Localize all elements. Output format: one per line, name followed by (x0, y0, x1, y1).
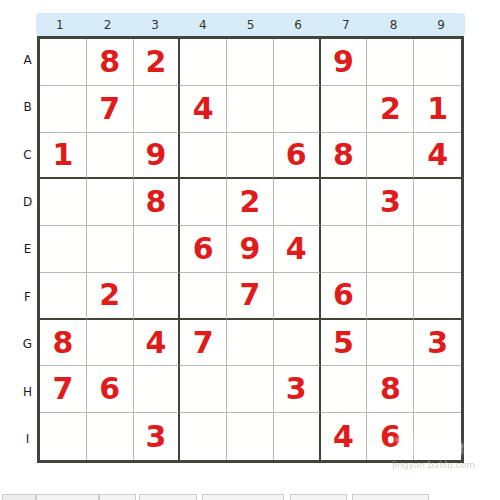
cell-C5[interactable] (227, 133, 274, 180)
cell-I3[interactable]: 3 (134, 413, 181, 460)
cell-I7[interactable]: 4 (321, 413, 368, 460)
cell-H1[interactable]: 7 (40, 366, 87, 413)
cell-D6[interactable] (274, 179, 321, 226)
column-header-9: 9 (417, 18, 465, 32)
column-header-strip: 123456789 (36, 13, 465, 36)
column-header-3: 3 (131, 18, 179, 32)
cell-G2[interactable] (87, 320, 134, 367)
cell-C9[interactable]: 4 (414, 133, 461, 180)
row-header-E: E (24, 242, 32, 256)
cell-I6[interactable] (274, 413, 321, 460)
cell-H9[interactable] (414, 366, 461, 413)
cell-H5[interactable] (227, 366, 274, 413)
cell-B3[interactable] (134, 86, 181, 133)
cell-G3[interactable]: 4 (134, 320, 181, 367)
cell-B4[interactable]: 4 (180, 86, 227, 133)
cutoff-button[interactable] (36, 494, 99, 500)
cell-A5[interactable] (227, 39, 274, 86)
cell-D5[interactable]: 2 (227, 179, 274, 226)
cell-F8[interactable] (367, 273, 414, 320)
sudoku-board: 829742119684823694276847537638346 (37, 36, 464, 463)
cell-H4[interactable] (180, 366, 227, 413)
cell-E7[interactable] (321, 226, 368, 273)
cutoff-button[interactable] (290, 494, 347, 500)
cell-A7[interactable]: 9 (321, 39, 368, 86)
cell-A4[interactable] (180, 39, 227, 86)
cell-D3[interactable]: 8 (134, 179, 181, 226)
cell-D7[interactable] (321, 179, 368, 226)
cutoff-button[interactable] (2, 494, 36, 500)
cell-H6[interactable]: 3 (274, 366, 321, 413)
cell-A8[interactable] (367, 39, 414, 86)
cell-H8[interactable]: 8 (367, 366, 414, 413)
cell-F9[interactable] (414, 273, 461, 320)
cell-F2[interactable]: 2 (87, 273, 134, 320)
row-header-I: I (26, 432, 30, 446)
cell-A6[interactable] (274, 39, 321, 86)
column-header-8: 8 (370, 18, 418, 32)
cell-E5[interactable]: 9 (227, 226, 274, 273)
cell-F5[interactable]: 7 (227, 273, 274, 320)
cutoff-button[interactable] (139, 494, 197, 500)
cutoff-button[interactable] (99, 494, 136, 500)
cell-C4[interactable] (180, 133, 227, 180)
cell-E1[interactable] (40, 226, 87, 273)
cell-C3[interactable]: 9 (134, 133, 181, 180)
cell-C2[interactable] (87, 133, 134, 180)
cell-C7[interactable]: 8 (321, 133, 368, 180)
column-header-2: 2 (84, 18, 132, 32)
cell-G6[interactable] (274, 320, 321, 367)
row-header-F: F (24, 290, 31, 304)
cell-A9[interactable] (414, 39, 461, 86)
cell-B1[interactable] (40, 86, 87, 133)
cell-E2[interactable] (87, 226, 134, 273)
cell-G8[interactable] (367, 320, 414, 367)
cutoff-button[interactable] (352, 494, 429, 500)
cell-B5[interactable] (227, 86, 274, 133)
cell-H7[interactable] (321, 366, 368, 413)
cell-D1[interactable] (40, 179, 87, 226)
cutoff-button[interactable] (202, 494, 284, 500)
cell-E9[interactable] (414, 226, 461, 273)
row-header-B: B (23, 100, 31, 114)
sudoku-screenshot: 123456789 ABCDEFGHI 82974211968482369427… (0, 0, 500, 500)
cell-H3[interactable] (134, 366, 181, 413)
row-header-C: C (23, 148, 31, 162)
cell-G5[interactable] (227, 320, 274, 367)
cell-I5[interactable] (227, 413, 274, 460)
cell-F7[interactable]: 6 (321, 273, 368, 320)
cell-D2[interactable] (87, 179, 134, 226)
row-header-A: A (23, 53, 31, 67)
cell-D8[interactable]: 3 (367, 179, 414, 226)
row-header-D: D (23, 195, 32, 209)
cell-D4[interactable] (180, 179, 227, 226)
cell-F1[interactable] (40, 273, 87, 320)
cell-I4[interactable] (180, 413, 227, 460)
cell-B8[interactable]: 2 (367, 86, 414, 133)
cell-B6[interactable] (274, 86, 321, 133)
cell-F6[interactable] (274, 273, 321, 320)
cell-C6[interactable]: 6 (274, 133, 321, 180)
cell-C8[interactable] (367, 133, 414, 180)
cell-B2[interactable]: 7 (87, 86, 134, 133)
cell-I1[interactable] (40, 413, 87, 460)
column-header-4: 4 (179, 18, 227, 32)
column-header-1: 1 (36, 18, 84, 32)
cell-D9[interactable] (414, 179, 461, 226)
row-header-strip: ABCDEFGHI (20, 36, 35, 463)
cell-I9[interactable] (414, 413, 461, 460)
cell-F4[interactable] (180, 273, 227, 320)
cell-I8[interactable]: 6 (367, 413, 414, 460)
cell-E6[interactable]: 4 (274, 226, 321, 273)
cell-A2[interactable]: 8 (87, 39, 134, 86)
column-header-5: 5 (227, 18, 275, 32)
cell-G4[interactable]: 7 (180, 320, 227, 367)
cell-H2[interactable]: 6 (87, 366, 134, 413)
cell-G7[interactable]: 5 (321, 320, 368, 367)
cell-E4[interactable]: 6 (180, 226, 227, 273)
cell-A3[interactable]: 2 (134, 39, 181, 86)
cell-C1[interactable]: 1 (40, 133, 87, 180)
cell-A1[interactable] (40, 39, 87, 86)
cell-B9[interactable]: 1 (414, 86, 461, 133)
column-header-6: 6 (274, 18, 322, 32)
row-header-H: H (23, 385, 32, 399)
cell-B7[interactable] (321, 86, 368, 133)
cell-F3[interactable] (134, 273, 181, 320)
row-header-G: G (23, 337, 32, 351)
cell-G1[interactable]: 8 (40, 320, 87, 367)
cell-I2[interactable] (87, 413, 134, 460)
cell-E8[interactable] (367, 226, 414, 273)
cell-G9[interactable]: 3 (414, 320, 461, 367)
cell-E3[interactable] (134, 226, 181, 273)
column-header-7: 7 (322, 18, 370, 32)
